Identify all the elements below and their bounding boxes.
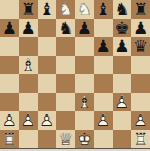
piece-black-pawn: ♟ (0, 19, 19, 38)
square-f3[interactable] (94, 93, 113, 112)
square-d3[interactable] (56, 93, 75, 112)
square-b7[interactable]: ♟ (19, 19, 38, 38)
square-h3[interactable] (131, 93, 150, 112)
piece-black-rook: ♜ (131, 0, 150, 19)
square-a3[interactable] (0, 93, 19, 112)
square-h2[interactable]: ♟♙ (131, 111, 150, 130)
piece-black-pawn: ♟ (75, 19, 94, 38)
piece-black-rook: ♜ (19, 0, 38, 19)
piece-white-king: ♚♔ (75, 130, 94, 149)
square-h6[interactable]: ♛ (131, 37, 150, 56)
square-a2[interactable]: ♟♙ (0, 111, 19, 130)
square-h7[interactable]: ♟ (131, 19, 150, 38)
square-a4[interactable] (0, 74, 19, 93)
piece-black-pawn: ♟ (19, 19, 38, 38)
piece-white-pawn: ♟♙ (19, 111, 38, 130)
piece-black-queen: ♛ (131, 37, 150, 56)
piece-white-pawn: ♟♙ (113, 93, 132, 112)
piece-white-pawn: ♟♙ (131, 111, 150, 130)
square-e1[interactable]: ♚♔ (75, 130, 94, 149)
square-g5[interactable] (113, 56, 132, 75)
square-h4[interactable] (131, 74, 150, 93)
square-h1[interactable]: ♜♖ (131, 130, 150, 149)
piece-white-bishop: ♝♗ (75, 93, 94, 112)
piece-white-rook: ♜♖ (0, 130, 19, 149)
square-g1[interactable] (113, 130, 132, 149)
piece-white-rook: ♜♖ (131, 130, 150, 149)
piece-white-pawn: ♟♙ (0, 111, 19, 130)
chess-board: ♜♝♞♘♞♘♝♞♜♟♟♞♟♚♟♟♟♛♝♗♝♗♟♙♟♙♟♙♟♙♟♙♟♙♜♖♛♕♚♔… (0, 0, 150, 148)
piece-white-knight: ♞♘ (56, 0, 75, 19)
square-g4[interactable] (113, 74, 132, 93)
square-a6[interactable] (0, 37, 19, 56)
square-d8[interactable]: ♞♘ (56, 0, 75, 19)
square-e4[interactable] (75, 74, 94, 93)
square-g7[interactable]: ♚ (113, 19, 132, 38)
piece-black-pawn: ♟ (94, 37, 113, 56)
square-b5[interactable]: ♝♗ (19, 56, 38, 75)
square-c1[interactable] (38, 130, 57, 149)
square-b1[interactable] (19, 130, 38, 149)
square-f6[interactable]: ♟ (94, 37, 113, 56)
square-d5[interactable] (56, 56, 75, 75)
square-e5[interactable] (75, 56, 94, 75)
piece-black-bishop: ♝ (94, 0, 113, 19)
square-f8[interactable]: ♝ (94, 0, 113, 19)
piece-black-pawn: ♟ (113, 37, 132, 56)
square-c5[interactable] (38, 56, 57, 75)
square-h5[interactable] (131, 56, 150, 75)
square-a7[interactable]: ♟ (0, 19, 19, 38)
square-d4[interactable] (56, 74, 75, 93)
square-c7[interactable] (38, 19, 57, 38)
square-a8[interactable] (0, 0, 19, 19)
square-c8[interactable]: ♝ (38, 0, 57, 19)
piece-white-pawn: ♟♙ (38, 111, 57, 130)
piece-black-pawn: ♟ (131, 19, 150, 38)
piece-white-pawn: ♟♙ (94, 111, 113, 130)
square-c4[interactable] (38, 74, 57, 93)
square-g2[interactable] (113, 111, 132, 130)
piece-white-knight: ♞♘ (75, 0, 94, 19)
square-b2[interactable]: ♟♙ (19, 111, 38, 130)
piece-black-knight: ♞ (56, 19, 75, 38)
piece-white-bishop: ♝♗ (19, 56, 38, 75)
square-f2[interactable]: ♟♙ (94, 111, 113, 130)
square-c3[interactable] (38, 93, 57, 112)
piece-white-queen: ♛♕ (56, 130, 75, 149)
window-edge-strip (0, 148, 150, 151)
square-b6[interactable] (19, 37, 38, 56)
square-e7[interactable]: ♟ (75, 19, 94, 38)
square-g8[interactable]: ♞ (113, 0, 132, 19)
square-d7[interactable]: ♞ (56, 19, 75, 38)
square-h8[interactable]: ♜ (131, 0, 150, 19)
piece-black-king: ♚ (113, 19, 132, 38)
piece-black-bishop: ♝ (38, 0, 57, 19)
square-f1[interactable] (94, 130, 113, 149)
square-e6[interactable] (75, 37, 94, 56)
piece-black-knight: ♞ (113, 0, 132, 19)
square-b3[interactable] (19, 93, 38, 112)
square-e8[interactable]: ♞♘ (75, 0, 94, 19)
square-f4[interactable] (94, 74, 113, 93)
square-d2[interactable] (56, 111, 75, 130)
square-e2[interactable] (75, 111, 94, 130)
square-d1[interactable]: ♛♕ (56, 130, 75, 149)
square-e3[interactable]: ♝♗ (75, 93, 94, 112)
chess-app-window: ♜♝♞♘♞♘♝♞♜♟♟♞♟♚♟♟♟♛♝♗♝♗♟♙♟♙♟♙♟♙♟♙♟♙♜♖♛♕♚♔… (0, 0, 150, 151)
square-d6[interactable] (56, 37, 75, 56)
square-c2[interactable]: ♟♙ (38, 111, 57, 130)
square-f7[interactable] (94, 19, 113, 38)
square-a5[interactable] (0, 56, 19, 75)
square-g6[interactable]: ♟ (113, 37, 132, 56)
square-b4[interactable] (19, 74, 38, 93)
square-b8[interactable]: ♜ (19, 0, 38, 19)
square-g3[interactable]: ♟♙ (113, 93, 132, 112)
square-c6[interactable] (38, 37, 57, 56)
square-f5[interactable] (94, 56, 113, 75)
square-a1[interactable]: ♜♖ (0, 130, 19, 149)
